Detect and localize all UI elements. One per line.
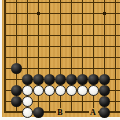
white-stone: [44, 85, 55, 96]
white-stone: [22, 107, 33, 118]
black-stone: [66, 74, 77, 85]
point-label-B: B: [56, 108, 65, 117]
white-stone: [33, 85, 44, 96]
black-stone: [88, 74, 99, 85]
black-stone: [11, 96, 22, 107]
black-stone: [99, 96, 110, 107]
black-stone: [77, 74, 88, 85]
white-stone: [22, 85, 33, 96]
grid-line-h: [4, 35, 120, 36]
black-stone: [99, 107, 110, 118]
grid-line-h: [4, 24, 120, 25]
black-stone: [33, 74, 44, 85]
grid-line-h: [4, 46, 120, 47]
white-stone: [88, 85, 99, 96]
black-stone: [33, 107, 44, 118]
white-stone: [66, 85, 77, 96]
go-diagram: BA: [0, 0, 120, 120]
black-stone: [44, 74, 55, 85]
white-stone: [55, 85, 66, 96]
black-stone: [55, 74, 66, 85]
black-stone: [99, 74, 110, 85]
black-stone: [11, 85, 22, 96]
star-point: [103, 12, 106, 15]
white-stone: [22, 96, 33, 107]
grid-line-h: [4, 2, 120, 3]
black-stone: [22, 74, 33, 85]
black-stone: [11, 63, 22, 74]
grid-line-h: [4, 57, 120, 58]
point-label-A: A: [89, 108, 98, 117]
star-point: [37, 12, 40, 15]
black-stone: [99, 85, 110, 96]
white-stone: [77, 85, 88, 96]
